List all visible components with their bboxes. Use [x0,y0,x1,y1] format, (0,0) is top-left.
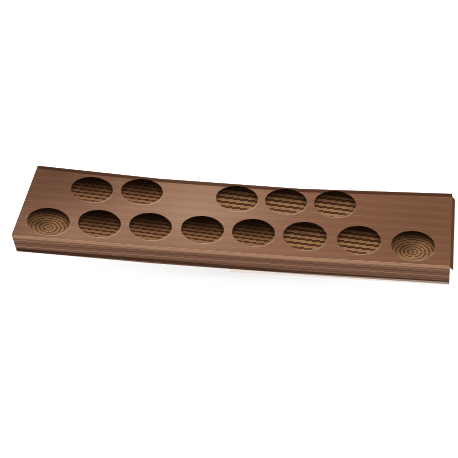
pit-bottom-1[interactable] [26,206,71,236]
pit-top-3[interactable] [215,184,258,212]
pit-top-4[interactable] [264,187,307,215]
pit-bottom-5[interactable] [231,217,276,247]
pit-bottom-6[interactable] [282,221,328,252]
photo-background [0,0,458,458]
pit-top-2[interactable] [120,177,163,205]
pit-top-5[interactable] [313,190,357,219]
pit-bottom-2[interactable] [77,208,122,238]
pit-bottom-8[interactable] [390,229,436,261]
mancala-board [0,0,458,458]
pit-bottom-7[interactable] [336,225,382,256]
pit-group [0,0,458,458]
pit-bottom-4[interactable] [180,214,225,244]
pit-bottom-3[interactable] [128,211,173,241]
pit-top-1[interactable] [70,175,113,203]
